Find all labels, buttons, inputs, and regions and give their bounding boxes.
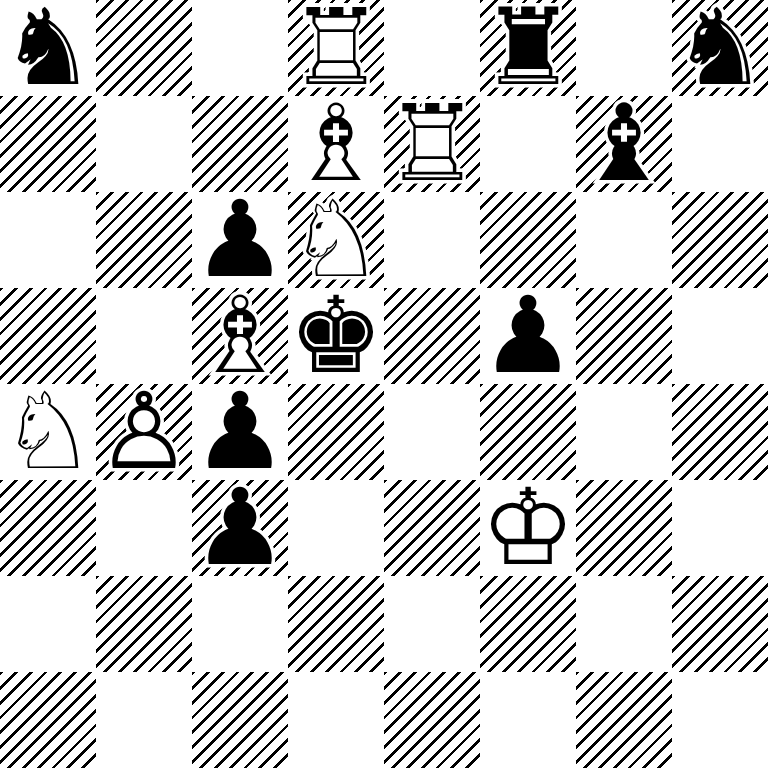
square-a8[interactable]: ♞♞ — [0, 0, 96, 96]
square-h2[interactable] — [672, 576, 768, 672]
square-c3[interactable]: ♟♟ — [192, 480, 288, 576]
square-f8[interactable]: ♜♜ — [480, 0, 576, 96]
square-h7[interactable] — [672, 96, 768, 192]
square-b8[interactable] — [96, 0, 192, 96]
black-bishop[interactable]: ♝ — [576, 91, 671, 197]
black-knight[interactable]: ♞ — [0, 0, 95, 101]
square-e2[interactable] — [384, 576, 480, 672]
black-king[interactable]: ♚ — [288, 283, 383, 389]
square-h4[interactable] — [672, 384, 768, 480]
square-f3[interactable]: ♚♔ — [480, 480, 576, 576]
square-d2[interactable] — [288, 576, 384, 672]
square-d1[interactable] — [288, 672, 384, 768]
square-b4[interactable]: ♟♙ — [96, 384, 192, 480]
square-e6[interactable] — [384, 192, 480, 288]
square-d4[interactable] — [288, 384, 384, 480]
square-h1[interactable] — [672, 672, 768, 768]
square-f2[interactable] — [480, 576, 576, 672]
white-rook[interactable]: ♖ — [384, 91, 479, 197]
square-f5[interactable]: ♟♟ — [480, 288, 576, 384]
square-b6[interactable] — [96, 192, 192, 288]
square-a6[interactable] — [0, 192, 96, 288]
square-h5[interactable] — [672, 288, 768, 384]
square-g3[interactable] — [576, 480, 672, 576]
chess-board: ♞♞♜♖♜♜♞♞♝♗♜♖♝♝♟♟♞♘♝♗♚♚♟♟♞♘♟♙♟♟♟♟♚♔ — [0, 0, 768, 768]
square-b2[interactable] — [96, 576, 192, 672]
square-h8[interactable]: ♞♞ — [672, 0, 768, 96]
square-c2[interactable] — [192, 576, 288, 672]
white-king[interactable]: ♔ — [480, 475, 575, 581]
square-b1[interactable] — [96, 672, 192, 768]
square-f7[interactable] — [480, 96, 576, 192]
square-h6[interactable] — [672, 192, 768, 288]
square-d5[interactable]: ♚♚ — [288, 288, 384, 384]
square-g1[interactable] — [576, 672, 672, 768]
square-e3[interactable] — [384, 480, 480, 576]
white-knight[interactable]: ♘ — [0, 379, 95, 485]
square-a3[interactable] — [0, 480, 96, 576]
black-pawn[interactable]: ♟ — [192, 475, 287, 581]
black-pawn[interactable]: ♟ — [480, 283, 575, 389]
square-g4[interactable] — [576, 384, 672, 480]
square-a7[interactable] — [0, 96, 96, 192]
black-knight[interactable]: ♞ — [672, 0, 767, 101]
square-g6[interactable] — [576, 192, 672, 288]
square-g2[interactable] — [576, 576, 672, 672]
square-a4[interactable]: ♞♘ — [0, 384, 96, 480]
square-e1[interactable] — [384, 672, 480, 768]
square-c8[interactable] — [192, 0, 288, 96]
square-b7[interactable] — [96, 96, 192, 192]
square-f1[interactable] — [480, 672, 576, 768]
square-e7[interactable]: ♜♖ — [384, 96, 480, 192]
black-rook[interactable]: ♜ — [480, 0, 575, 101]
square-a1[interactable] — [0, 672, 96, 768]
square-e5[interactable] — [384, 288, 480, 384]
square-h3[interactable] — [672, 480, 768, 576]
square-d3[interactable] — [288, 480, 384, 576]
square-e4[interactable] — [384, 384, 480, 480]
square-a2[interactable] — [0, 576, 96, 672]
white-pawn[interactable]: ♙ — [96, 379, 191, 485]
square-g5[interactable] — [576, 288, 672, 384]
square-g7[interactable]: ♝♝ — [576, 96, 672, 192]
square-b3[interactable] — [96, 480, 192, 576]
square-c1[interactable] — [192, 672, 288, 768]
